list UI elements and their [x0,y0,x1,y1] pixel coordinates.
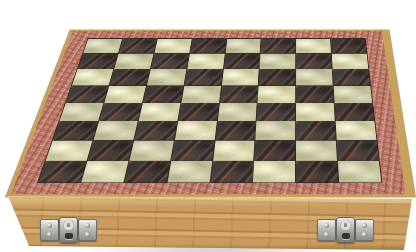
board-square[interactable] [225,39,261,54]
screw-icon [85,223,90,228]
board-square[interactable] [296,121,336,140]
board-square[interactable] [253,161,295,182]
board-square[interactable] [147,69,186,85]
board-square[interactable] [151,54,189,69]
latch-slot-icon [65,233,73,239]
screw-icon [85,232,90,237]
latch-slot-icon [342,233,350,239]
board-square[interactable] [215,121,256,140]
board-square[interactable] [78,54,118,69]
board-square[interactable] [46,141,93,161]
chess-board [6,30,415,197]
board-square[interactable] [337,141,379,161]
screw-icon [324,223,329,228]
board-square[interactable] [261,39,296,54]
board-square[interactable] [181,86,221,103]
latch-loop-icon [64,220,73,230]
board-square[interactable] [256,121,296,140]
board-square[interactable] [217,103,257,121]
board-square[interactable] [334,86,372,103]
board-square[interactable] [66,86,108,103]
board-square[interactable] [258,86,296,103]
board-square[interactable] [81,161,128,182]
board-square[interactable] [296,69,333,85]
board-square[interactable] [210,161,253,182]
latch-plate [317,219,336,241]
board-square[interactable] [129,141,173,161]
board-square[interactable] [143,86,184,103]
board-square[interactable] [331,39,367,54]
box-front-panel [4,194,414,252]
board-square[interactable] [93,121,137,140]
board-square[interactable] [83,39,122,54]
board-square[interactable] [332,54,368,69]
board-square[interactable] [187,54,224,69]
board-square[interactable] [175,121,217,140]
screw-icon [47,232,52,237]
board-square[interactable] [114,54,153,69]
board-square[interactable] [335,103,375,121]
board-square[interactable] [333,69,370,85]
latch-plate [78,219,97,241]
board-square[interactable] [336,121,377,140]
board-square[interactable] [338,161,381,182]
board-square[interactable] [257,103,296,121]
board-square[interactable] [260,54,296,69]
latch-plate [40,219,59,241]
board-grid [37,38,382,183]
board-square[interactable] [109,69,149,85]
board-square[interactable] [124,161,170,182]
board-square[interactable] [53,121,98,140]
board-square[interactable] [296,103,335,121]
board-square[interactable] [38,161,86,182]
board-square[interactable] [72,69,113,85]
board-square[interactable] [296,54,332,69]
board-square[interactable] [99,103,142,121]
screw-icon [47,223,52,228]
board-square[interactable] [296,86,334,103]
board-square[interactable] [254,141,295,161]
board-square[interactable] [223,54,260,69]
screw-icon [362,232,367,237]
board-square[interactable] [184,69,222,85]
latch-left [40,217,97,243]
screw-icon [362,223,367,228]
board-square[interactable] [154,39,191,54]
board-square[interactable] [167,161,212,182]
board-square[interactable] [171,141,214,161]
board-square[interactable] [296,39,331,54]
board-square[interactable] [178,103,219,121]
board-square[interactable] [87,141,133,161]
board-square[interactable] [220,86,259,103]
board-square[interactable] [190,39,226,54]
marble-border [11,31,406,194]
board-square[interactable] [213,141,255,161]
wood-rim [6,30,415,197]
screw-icon [324,232,329,237]
board-square[interactable] [60,103,104,121]
board-square[interactable] [138,103,180,121]
chess-box-photo [0,0,416,252]
latch-hasp [336,217,355,243]
board-square[interactable] [296,141,337,161]
board-square[interactable] [222,69,259,85]
board-square[interactable] [134,121,177,140]
board-square[interactable] [119,39,157,54]
latch-right [317,217,374,243]
board-square[interactable] [259,69,296,85]
latch-hasp [59,217,78,243]
board-square[interactable] [104,86,145,103]
latch-loop-icon [341,220,350,230]
latch-plate [355,219,374,241]
board-square[interactable] [296,161,338,182]
